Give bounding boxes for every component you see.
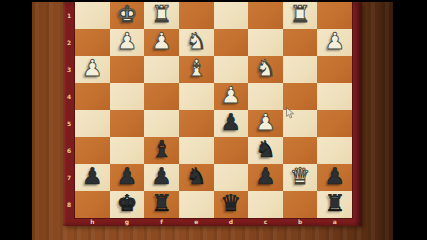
file-label-f: f — [144, 218, 179, 226]
square-d7[interactable] — [214, 164, 249, 191]
square-a6[interactable] — [317, 137, 352, 164]
square-b6[interactable] — [283, 137, 318, 164]
board-squares: ♚♜♜♟♟♞♟♟♝♞♟♟♟♝♞♟♟♟♞♟♛♟♚♜♛♜ — [75, 2, 352, 218]
square-c1[interactable] — [248, 2, 283, 29]
square-f6[interactable]: ♝ — [144, 137, 179, 164]
square-a5[interactable] — [317, 110, 352, 137]
square-d8[interactable]: ♛ — [214, 191, 249, 218]
piece-white-pawn[interactable]: ♟ — [324, 30, 345, 53]
piece-black-pawn[interactable]: ♟ — [221, 111, 242, 134]
rank-label-3: 3 — [63, 56, 75, 83]
mouse-cursor — [286, 107, 295, 119]
piece-white-queen[interactable]: ♛ — [290, 165, 311, 188]
piece-black-pawn[interactable]: ♟ — [255, 165, 276, 188]
square-h6[interactable] — [75, 137, 110, 164]
square-c3[interactable]: ♞ — [248, 56, 283, 83]
square-f3[interactable] — [144, 56, 179, 83]
square-h5[interactable] — [75, 110, 110, 137]
rank-label-6: 6 — [63, 137, 75, 164]
square-f2[interactable]: ♟ — [144, 29, 179, 56]
square-e1[interactable] — [179, 2, 214, 29]
square-e2[interactable]: ♞ — [179, 29, 214, 56]
square-f5[interactable] — [144, 110, 179, 137]
piece-black-knight[interactable]: ♞ — [255, 138, 276, 161]
piece-black-pawn[interactable]: ♟ — [117, 165, 138, 188]
rank-label-2: 2 — [63, 29, 75, 56]
square-d5[interactable]: ♟ — [214, 110, 249, 137]
square-a7[interactable]: ♟ — [317, 164, 352, 191]
square-a8[interactable]: ♜ — [317, 191, 352, 218]
piece-white-rook[interactable]: ♜ — [151, 3, 172, 26]
file-label-h: h — [75, 218, 110, 226]
file-labels: hgfedcba — [75, 218, 352, 226]
rank-label-5: 5 — [63, 110, 75, 137]
rank-label-8: 8 — [63, 191, 75, 218]
square-g2[interactable]: ♟ — [110, 29, 145, 56]
square-d3[interactable] — [214, 56, 249, 83]
rank-labels: 12345678 — [63, 2, 75, 218]
square-b8[interactable] — [283, 191, 318, 218]
square-g8[interactable]: ♚ — [110, 191, 145, 218]
rank-label-1: 1 — [63, 2, 75, 29]
file-label-a: a — [317, 218, 352, 226]
square-a3[interactable] — [317, 56, 352, 83]
square-c5[interactable]: ♟ — [248, 110, 283, 137]
square-g5[interactable] — [110, 110, 145, 137]
rank-label-7: 7 — [63, 164, 75, 191]
square-b7[interactable]: ♛ — [283, 164, 318, 191]
file-label-d: d — [214, 218, 249, 226]
square-g3[interactable] — [110, 56, 145, 83]
piece-white-knight[interactable]: ♞ — [255, 57, 276, 80]
square-h4[interactable] — [75, 83, 110, 110]
square-h2[interactable] — [75, 29, 110, 56]
square-b4[interactable] — [283, 83, 318, 110]
letterbox-top — [0, 0, 427, 2]
square-c7[interactable]: ♟ — [248, 164, 283, 191]
square-h7[interactable]: ♟ — [75, 164, 110, 191]
square-g1[interactable]: ♚ — [110, 2, 145, 29]
file-label-b: b — [283, 218, 318, 226]
piece-black-rook[interactable]: ♜ — [324, 192, 345, 215]
piece-white-bishop[interactable]: ♝ — [186, 57, 207, 80]
square-c6[interactable]: ♞ — [248, 137, 283, 164]
piece-white-pawn[interactable]: ♟ — [117, 30, 138, 53]
piece-black-king[interactable]: ♚ — [117, 192, 138, 215]
square-a2[interactable]: ♟ — [317, 29, 352, 56]
square-b3[interactable] — [283, 56, 318, 83]
square-e6[interactable] — [179, 137, 214, 164]
piece-black-pawn[interactable]: ♟ — [82, 165, 103, 188]
piece-black-knight[interactable]: ♞ — [186, 165, 207, 188]
square-d4[interactable]: ♟ — [214, 83, 249, 110]
square-h3[interactable]: ♟ — [75, 56, 110, 83]
chess-board-frame: 12345678 ♚♜♜♟♟♞♟♟♝♞♟♟♟♝♞♟♟♟♞♟♛♟♚♜♛♜ hgfe… — [63, 2, 362, 226]
piece-black-pawn[interactable]: ♟ — [324, 165, 345, 188]
square-d1[interactable] — [214, 2, 249, 29]
square-g6[interactable] — [110, 137, 145, 164]
piece-white-knight[interactable]: ♞ — [186, 30, 207, 53]
file-label-g: g — [110, 218, 145, 226]
square-g4[interactable] — [110, 83, 145, 110]
file-label-c: c — [248, 218, 283, 226]
square-f8[interactable]: ♜ — [144, 191, 179, 218]
square-f7[interactable]: ♟ — [144, 164, 179, 191]
rank-label-4: 4 — [63, 83, 75, 110]
square-f4[interactable] — [144, 83, 179, 110]
square-e5[interactable] — [179, 110, 214, 137]
file-label-e: e — [179, 218, 214, 226]
square-d2[interactable] — [214, 29, 249, 56]
square-h8[interactable] — [75, 191, 110, 218]
square-c4[interactable] — [248, 83, 283, 110]
piece-white-pawn[interactable]: ♟ — [255, 111, 276, 134]
piece-black-bishop[interactable]: ♝ — [151, 138, 172, 161]
square-h1[interactable] — [75, 2, 110, 29]
square-e8[interactable] — [179, 191, 214, 218]
piece-black-rook[interactable]: ♜ — [151, 192, 172, 215]
square-a1[interactable] — [317, 2, 352, 29]
square-c8[interactable] — [248, 191, 283, 218]
square-f1[interactable]: ♜ — [144, 2, 179, 29]
piece-white-pawn[interactable]: ♟ — [221, 84, 242, 107]
square-e3[interactable]: ♝ — [179, 56, 214, 83]
square-a4[interactable] — [317, 83, 352, 110]
piece-white-rook[interactable]: ♜ — [290, 3, 311, 26]
square-b1[interactable]: ♜ — [283, 2, 318, 29]
piece-white-king[interactable]: ♚ — [117, 3, 138, 26]
video-frame: 12345678 ♚♜♜♟♟♞♟♟♝♞♟♟♟♝♞♟♟♟♞♟♛♟♚♜♛♜ hgfe… — [0, 0, 427, 240]
square-e4[interactable] — [179, 83, 214, 110]
square-g7[interactable]: ♟ — [110, 164, 145, 191]
piece-white-pawn[interactable]: ♟ — [82, 57, 103, 80]
piece-black-queen[interactable]: ♛ — [221, 192, 242, 215]
piece-white-pawn[interactable]: ♟ — [151, 30, 172, 53]
square-d6[interactable] — [214, 137, 249, 164]
square-c2[interactable] — [248, 29, 283, 56]
square-b2[interactable] — [283, 29, 318, 56]
square-e7[interactable]: ♞ — [179, 164, 214, 191]
piece-black-pawn[interactable]: ♟ — [151, 165, 172, 188]
